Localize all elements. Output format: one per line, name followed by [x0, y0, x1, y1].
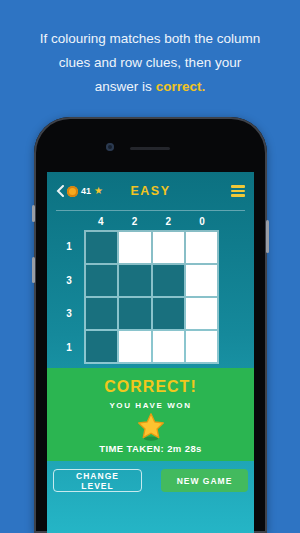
col-clue-4: 0 — [185, 216, 219, 230]
power-button — [266, 220, 269, 253]
row-clue-2: 3 — [63, 264, 75, 298]
coin-icon — [67, 186, 78, 197]
cell-r3c4[interactable] — [186, 298, 217, 329]
result-panel: CORRECT! YOU HAVE WON TIME TAKEN: 2m 28s — [47, 368, 254, 461]
cell-r4c4[interactable] — [186, 331, 217, 362]
phone-mockup: 41 ★ EASY 4220 1331 CORRECT! YOU HAVE WO… — [34, 117, 267, 533]
action-buttons: CHANGE LEVEL NEW GAME — [53, 469, 248, 492]
change-level-button[interactable]: CHANGE LEVEL — [53, 469, 142, 492]
result-subheading: YOU HAVE WON — [109, 401, 191, 410]
nonogram-board: 4220 1331 — [84, 216, 219, 364]
new-game-button[interactable]: NEW GAME — [161, 469, 248, 492]
front-camera — [106, 143, 114, 151]
back-chevron-icon — [56, 185, 64, 197]
cell-r3c2[interactable] — [119, 298, 150, 329]
nonogram-grid — [84, 230, 219, 364]
cell-r3c3[interactable] — [153, 298, 184, 329]
cell-r4c2[interactable] — [119, 331, 150, 362]
cell-r1c2[interactable] — [119, 232, 150, 263]
col-clue-3: 2 — [152, 216, 186, 230]
volume-down-button — [32, 257, 35, 283]
row-clues: 1331 — [63, 230, 75, 364]
top-bar: 41 ★ EASY — [47, 172, 254, 210]
caption-line-2: clues and row clues, then your — [0, 51, 300, 75]
back-button[interactable]: 41 ★ — [56, 185, 103, 197]
app-screen: 41 ★ EASY 4220 1331 CORRECT! YOU HAVE WO… — [47, 172, 254, 533]
cell-r1c4[interactable] — [186, 232, 217, 263]
caption-highlight: correct. — [156, 79, 206, 94]
volume-up-button — [32, 205, 35, 222]
col-clue-2: 2 — [118, 216, 152, 230]
cell-r2c1[interactable] — [86, 265, 117, 296]
top-bar-divider — [56, 210, 245, 211]
col-clue-1: 4 — [84, 216, 118, 230]
cell-r1c1[interactable] — [86, 232, 117, 263]
result-heading: CORRECT! — [104, 378, 196, 395]
cell-r3c1[interactable] — [86, 298, 117, 329]
earpiece-speaker — [130, 147, 170, 150]
cell-r2c2[interactable] — [119, 265, 150, 296]
row-clue-4: 1 — [63, 331, 75, 365]
hamburger-menu-icon[interactable] — [231, 185, 245, 196]
cell-r4c1[interactable] — [86, 331, 117, 362]
column-clues: 4220 — [84, 216, 219, 230]
star-icon: ★ — [94, 186, 103, 196]
caption-line-1: If colouring matches both the column — [0, 27, 300, 51]
cell-r2c3[interactable] — [153, 265, 184, 296]
cell-r2c4[interactable] — [186, 265, 217, 296]
caption-line-3: answer is correct. — [0, 75, 300, 99]
cell-r4c3[interactable] — [153, 331, 184, 362]
coin-count: 41 — [81, 186, 91, 196]
caption: If colouring matches both the column clu… — [0, 27, 300, 99]
time-taken: TIME TAKEN: 2m 28s — [99, 443, 202, 454]
cell-r1c3[interactable] — [153, 232, 184, 263]
row-clue-3: 3 — [63, 297, 75, 331]
won-star-icon — [136, 412, 166, 441]
row-clue-1: 1 — [63, 230, 75, 264]
